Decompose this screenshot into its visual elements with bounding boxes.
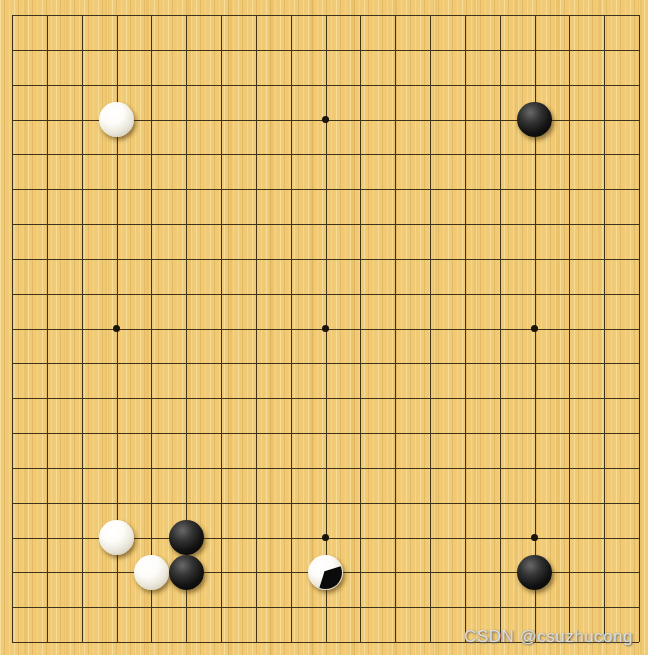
go-board[interactable]: [0, 0, 648, 655]
grid-line-horizontal: [12, 468, 639, 469]
grid-line-vertical: [569, 15, 570, 642]
stone-white-E3: [134, 555, 169, 590]
stone-black-F4: [169, 520, 204, 555]
star-point: [322, 534, 329, 541]
grid-line-horizontal: [12, 398, 639, 399]
grid-line-vertical: [604, 15, 605, 642]
stone-white-K3: [308, 555, 343, 590]
stone-white-D4: [99, 520, 134, 555]
stone-black-F3: [169, 555, 204, 590]
star-point: [113, 325, 120, 332]
go-board-screenshot: CSDN @csuzhucong: [0, 0, 648, 655]
grid-line-vertical: [500, 15, 501, 642]
star-point: [322, 116, 329, 123]
grid-line-vertical: [360, 15, 361, 642]
stone-black-Q3: [517, 555, 552, 590]
last-move-marker-wedge: [309, 556, 342, 589]
grid-line-horizontal: [12, 433, 639, 434]
stone-black-Q16: [517, 102, 552, 137]
watermark: CSDN @csuzhucong: [464, 627, 633, 647]
star-point: [322, 325, 329, 332]
star-point: [531, 534, 538, 541]
grid-line-horizontal: [12, 503, 639, 504]
grid-line-vertical: [430, 15, 431, 642]
star-point: [531, 325, 538, 332]
grid-line-horizontal: [12, 363, 639, 364]
grid-line-vertical: [395, 15, 396, 642]
stone-white-D16: [99, 102, 134, 137]
grid-line-vertical: [465, 15, 466, 642]
grid-line-vertical: [639, 15, 640, 642]
grid-line-horizontal: [12, 607, 639, 608]
